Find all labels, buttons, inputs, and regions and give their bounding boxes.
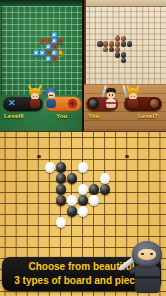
avatar-samurai-red [104,88,118,110]
player-label-level6: Level6 [4,113,24,119]
o-piece[interactable] [57,38,62,43]
brown-piece[interactable] [103,41,108,46]
white-piece[interactable] [56,217,67,228]
x-piece[interactable] [34,50,39,55]
dark-piece[interactable] [97,41,102,46]
o-piece[interactable] [46,38,51,43]
white-piece[interactable] [78,162,89,173]
black-piece[interactable] [100,184,111,195]
gold-piece[interactable] [58,50,63,55]
white-piece[interactable] [100,173,111,184]
board-green-xo[interactable] [0,0,83,95]
brown-piece[interactable] [103,47,108,52]
green-board-top-edge [0,0,83,6]
avatar-samurai-gold [28,88,42,110]
star-point [125,155,129,159]
white-piece[interactable] [67,195,78,206]
o-piece[interactable] [52,56,57,61]
white-piece[interactable] [78,184,89,195]
black-piece[interactable] [67,206,78,217]
player-label-level7: Level7 [138,113,158,119]
black-piece[interactable] [67,173,78,184]
o-piece[interactable] [52,44,57,49]
ninja-mascot [112,236,166,296]
x-piece[interactable] [46,44,51,49]
brown-piece[interactable] [115,47,120,52]
dark-piece[interactable] [109,47,114,52]
brown-stone-icon [150,99,159,108]
ninja-body [135,265,160,293]
black-piece[interactable] [78,195,89,206]
dark-piece[interactable] [121,41,126,46]
ninja-face [138,249,156,260]
black-piece[interactable] [56,162,67,173]
app-screen: ✕ Level6 You You Level7 Choose from beau… [0,0,166,296]
black-piece[interactable] [56,184,67,195]
dark-piece[interactable] [115,52,120,57]
x-piece[interactable] [46,56,51,61]
black-piece[interactable] [56,195,67,206]
black-piece[interactable] [56,173,67,184]
dark-piece[interactable] [121,58,126,63]
x-piece-icon: ✕ [8,99,16,108]
brown-piece[interactable] [109,41,114,46]
x-piece[interactable] [52,50,57,55]
panel-divider [82,0,84,131]
white-piece[interactable] [89,195,100,206]
o-piece-icon [68,99,77,108]
player-label-you-right: You [88,113,100,119]
white-piece[interactable] [45,162,56,173]
dark-piece[interactable] [127,41,132,46]
dark-piece[interactable] [121,52,126,57]
x-piece[interactable] [52,32,57,37]
white-piece[interactable] [78,206,89,217]
classic-board-top-edge [83,0,166,7]
o-piece[interactable] [46,50,51,55]
black-piece[interactable] [89,184,100,195]
board-classic-stones[interactable] [83,0,166,84]
x-piece[interactable] [40,50,45,55]
black-stone-icon [89,99,98,108]
avatar-samurai-gold-2 [126,88,140,110]
star-point [37,155,41,159]
player-label-you-left: You [56,113,68,119]
brown-piece[interactable] [115,36,120,41]
brown-piece[interactable] [121,36,126,41]
x-piece[interactable] [52,38,57,43]
avatar-ninja-blue [44,88,58,110]
o-piece[interactable] [40,38,45,43]
brown-piece[interactable] [115,41,120,46]
